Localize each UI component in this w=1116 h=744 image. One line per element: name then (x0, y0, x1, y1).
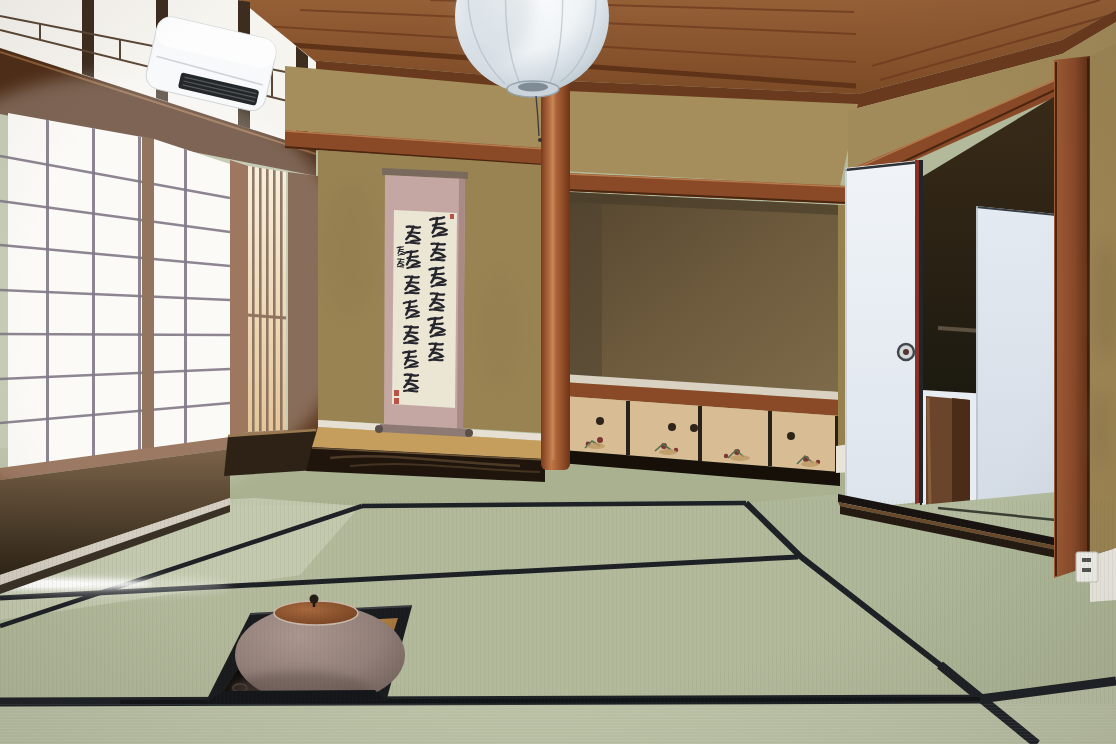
windowsill-bench (224, 430, 316, 476)
corner-pillar (1054, 56, 1090, 578)
hanging-scroll (375, 168, 473, 437)
photo-washitsu-room: 刻 身専之結果 日々如発光華 (0, 0, 1116, 744)
fusuma-door-far (976, 206, 1056, 500)
alcove (568, 192, 838, 392)
kettle-knob (310, 595, 319, 604)
scroll-paper (392, 210, 457, 408)
electrical-outlet (1076, 552, 1098, 582)
upper-wall-band-center (545, 90, 858, 186)
hearth-near-frame (205, 690, 386, 703)
adjacent-room-pillar (926, 396, 970, 508)
right-wall (1090, 44, 1116, 602)
fusuma-door-front (845, 160, 923, 510)
alcove-pillar (541, 80, 570, 470)
door-edge-red (915, 160, 919, 504)
fusuma-handle (898, 344, 914, 360)
